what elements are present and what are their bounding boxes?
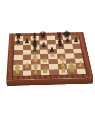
square-d1[interactable]: ♛ bbox=[40, 69, 49, 75]
piece-black-pawn[interactable]: ♟ bbox=[24, 38, 30, 44]
piece-white-rook[interactable]: ♜ bbox=[60, 66, 67, 74]
square-d8[interactable]: ♛ bbox=[39, 36, 47, 41]
brass-clasp-icon bbox=[87, 52, 88, 56]
board-front-edge bbox=[6, 78, 93, 86]
piece-black-pawn[interactable]: ♟ bbox=[73, 37, 79, 43]
chess-board: ♜♝♛♜♚♟♟♟♟♟♟♞♟♞♝♟♝♟♞♟♞♟♟♟♟♟♟♜♝♛♜♚ abcdefg… bbox=[6, 32, 93, 80]
square-f1[interactable]: ♜ bbox=[58, 69, 68, 75]
piece-black-knight[interactable]: ♞ bbox=[57, 41, 64, 49]
square-a1[interactable]: ♜ bbox=[13, 70, 22, 76]
square-b7[interactable]: ♟ bbox=[23, 40, 31, 45]
square-h7[interactable]: ♟ bbox=[71, 39, 80, 44]
scene: ♜♝♛♜♚♟♟♟♟♟♟♞♟♞♝♟♝♟♞♟♞♟♟♟♟♟♟♜♝♛♜♚ abcdefg… bbox=[0, 0, 95, 126]
square-e1[interactable] bbox=[49, 69, 59, 75]
square-b2[interactable]: ♟ bbox=[22, 65, 31, 71]
piece-black-queen[interactable]: ♛ bbox=[39, 31, 47, 40]
square-d6[interactable]: ♟ bbox=[39, 45, 48, 50]
piece-white-pawn[interactable]: ♟ bbox=[77, 61, 83, 68]
square-b1[interactable] bbox=[22, 70, 31, 76]
piece-white-king[interactable]: ♚ bbox=[68, 63, 78, 74]
square-g1[interactable]: ♚ bbox=[67, 69, 77, 75]
piece-black-pawn[interactable]: ♟ bbox=[16, 39, 22, 45]
board-frame: ♜♝♛♜♚♟♟♟♟♟♟♞♟♞♝♟♝♟♞♟♞♟♟♟♟♟♟♜♝♛♜♚ abcdefg… bbox=[6, 32, 93, 80]
board-right-edge bbox=[83, 32, 93, 84]
chessboard-photo: ♜♝♛♜♚♟♟♟♟♟♟♞♟♞♝♟♝♟♞♟♞♟♟♟♟♟♟♜♝♛♜♚ abcdefg… bbox=[0, 0, 95, 126]
square-h5[interactable] bbox=[73, 48, 82, 53]
piece-black-pawn[interactable]: ♟ bbox=[41, 43, 47, 49]
square-f6[interactable]: ♞ bbox=[55, 44, 64, 49]
piece-white-pawn[interactable]: ♟ bbox=[24, 63, 30, 70]
piece-white-bishop[interactable]: ♝ bbox=[32, 66, 40, 75]
piece-white-pawn[interactable]: ♟ bbox=[50, 52, 56, 59]
square-h1[interactable] bbox=[76, 69, 86, 75]
piece-white-queen[interactable]: ♛ bbox=[40, 64, 49, 74]
piece-black-pawn[interactable]: ♟ bbox=[65, 37, 71, 43]
square-c1[interactable]: ♝ bbox=[31, 70, 40, 76]
board-grid: ♜♝♛♜♚♟♟♟♟♟♟♞♟♞♝♟♝♟♞♟♞♟♟♟♟♟♟♜♝♛♜♚ bbox=[13, 35, 86, 76]
piece-white-rook[interactable]: ♜ bbox=[14, 67, 21, 75]
rank-label-1: 1 bbox=[8, 70, 10, 76]
